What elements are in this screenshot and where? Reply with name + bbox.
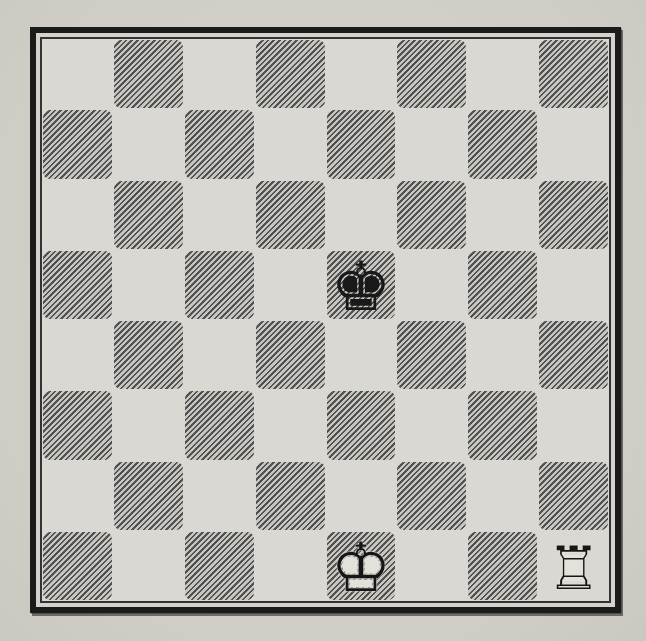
square-d8 — [255, 39, 326, 109]
square-g6 — [467, 180, 538, 250]
square-b2 — [113, 461, 184, 531]
square-f2 — [396, 461, 467, 531]
square-h2 — [538, 461, 609, 531]
square-f1 — [396, 531, 467, 601]
square-a1 — [42, 531, 113, 601]
square-f7 — [396, 109, 467, 179]
book-page: ♚♚♔♜♖ — [0, 0, 646, 641]
white-rook-glyph: ♖ — [547, 538, 601, 598]
square-e3 — [326, 390, 397, 460]
square-g2 — [467, 461, 538, 531]
square-g3 — [467, 390, 538, 460]
square-h1: ♜♖ — [538, 531, 609, 601]
square-c5 — [184, 250, 255, 320]
square-d3 — [255, 390, 326, 460]
square-e1: ♚♔ — [326, 531, 397, 601]
square-c4 — [184, 320, 255, 390]
square-b8 — [113, 39, 184, 109]
square-h7 — [538, 109, 609, 179]
square-c3 — [184, 390, 255, 460]
square-d4 — [255, 320, 326, 390]
black-king-glyph: ♚ — [330, 253, 391, 321]
square-a3 — [42, 390, 113, 460]
square-e4 — [326, 320, 397, 390]
square-h6 — [538, 180, 609, 250]
square-g7 — [467, 109, 538, 179]
square-h3 — [538, 390, 609, 460]
square-h4 — [538, 320, 609, 390]
square-f3 — [396, 390, 467, 460]
square-c7 — [184, 109, 255, 179]
square-d5 — [255, 250, 326, 320]
square-a4 — [42, 320, 113, 390]
white-king-glyph: ♔ — [330, 534, 391, 602]
square-c2 — [184, 461, 255, 531]
square-c6 — [184, 180, 255, 250]
piece-white-rook: ♜♖ — [538, 531, 609, 601]
square-c8 — [184, 39, 255, 109]
square-f5 — [396, 250, 467, 320]
square-b5 — [113, 250, 184, 320]
square-b3 — [113, 390, 184, 460]
piece-white-king: ♚♔ — [326, 531, 397, 601]
square-a2 — [42, 461, 113, 531]
square-e2 — [326, 461, 397, 531]
square-c1 — [184, 531, 255, 601]
square-h8 — [538, 39, 609, 109]
square-b6 — [113, 180, 184, 250]
square-b7 — [113, 109, 184, 179]
square-f8 — [396, 39, 467, 109]
square-g4 — [467, 320, 538, 390]
board-grid: ♚♚♔♜♖ — [42, 39, 609, 601]
piece-black-king: ♚ — [326, 250, 397, 320]
square-a5 — [42, 250, 113, 320]
square-a7 — [42, 109, 113, 179]
square-h5 — [538, 250, 609, 320]
square-b1 — [113, 531, 184, 601]
square-b4 — [113, 320, 184, 390]
board-inner-frame: ♚♚♔♜♖ — [40, 37, 611, 603]
square-f6 — [396, 180, 467, 250]
square-a8 — [42, 39, 113, 109]
square-e8 — [326, 39, 397, 109]
square-g5 — [467, 250, 538, 320]
square-d7 — [255, 109, 326, 179]
chess-board: ♚♚♔♜♖ — [30, 27, 621, 613]
square-g8 — [467, 39, 538, 109]
square-d6 — [255, 180, 326, 250]
square-g1 — [467, 531, 538, 601]
square-e5: ♚ — [326, 250, 397, 320]
square-e6 — [326, 180, 397, 250]
square-e7 — [326, 109, 397, 179]
square-a6 — [42, 180, 113, 250]
square-f4 — [396, 320, 467, 390]
square-d1 — [255, 531, 326, 601]
square-d2 — [255, 461, 326, 531]
